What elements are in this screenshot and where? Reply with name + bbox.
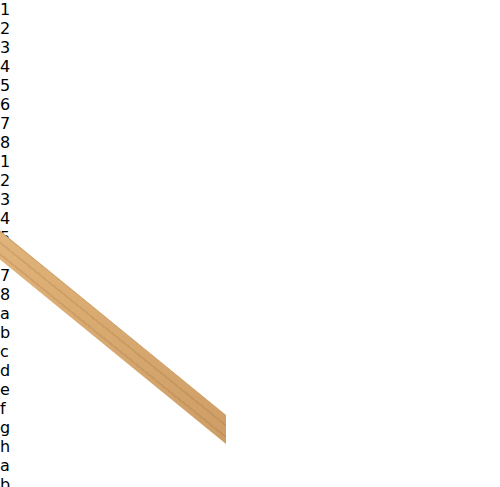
coord-label-2: 2 — [0, 171, 10, 190]
coord-label-4: 4 — [0, 57, 10, 76]
coord-label-g: g — [0, 418, 10, 437]
coord-label-7: 7 — [0, 114, 10, 133]
coord-label-6: 6 — [0, 95, 10, 114]
coord-label-3: 3 — [0, 190, 10, 209]
coord-label-h: h — [0, 437, 10, 456]
coord-label-4: 4 — [0, 209, 10, 228]
coord-label-c: c — [0, 342, 9, 361]
rank-labels-top: 12345678 — [0, 0, 500, 152]
file-labels-right: abcdefgh — [0, 456, 500, 487]
coord-label-8: 8 — [0, 133, 10, 152]
rank-labels-bottom: 12345678 — [0, 152, 500, 304]
coord-label-a: a — [0, 456, 10, 475]
coord-label-b: b — [0, 323, 10, 342]
coord-label-a: a — [0, 304, 10, 323]
coord-label-d: d — [0, 361, 10, 380]
coord-label-3: 3 — [0, 38, 10, 57]
coord-label-5: 5 — [0, 76, 10, 95]
coord-label-f: f — [0, 399, 6, 418]
coord-label-2: 2 — [0, 19, 10, 38]
chess-set-photo: 12345678 12345678 abcdefgh abcdefgh ♜♝♛♚… — [0, 0, 500, 487]
coord-label-b: b — [0, 475, 10, 487]
coord-label-e: e — [0, 380, 10, 399]
coord-label-7: 7 — [0, 266, 10, 285]
coord-label-8: 8 — [0, 285, 10, 304]
coord-label-1: 1 — [0, 0, 10, 19]
coord-label-1: 1 — [0, 152, 10, 171]
